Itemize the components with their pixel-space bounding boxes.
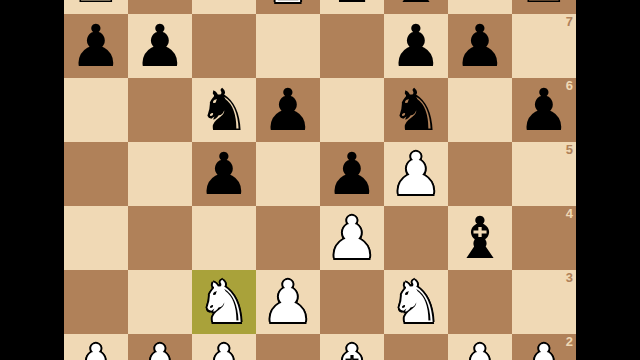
white-pawn-c2: ♟ (192, 334, 256, 360)
square-e4[interactable]: ♟ (320, 206, 384, 270)
square-g6[interactable] (448, 78, 512, 142)
square-a5[interactable] (64, 142, 128, 206)
black-pawn-h6: ♟ (512, 78, 576, 142)
square-g3[interactable] (448, 270, 512, 334)
square-f7[interactable]: ♟ (384, 14, 448, 78)
black-pawn-e5: ♟ (320, 142, 384, 206)
square-h6[interactable]: ♟6 (512, 78, 576, 142)
white-bishop-e2: ♝ (320, 334, 384, 360)
white-pawn-b2: ♟ (128, 334, 192, 360)
white-pawn-a2: ♟ (64, 334, 128, 360)
square-f3[interactable]: ♞ (384, 270, 448, 334)
black-bishop-g4: ♝ (448, 206, 512, 270)
rank-label-6: 6 (566, 79, 573, 93)
square-f5[interactable]: ♟ (384, 142, 448, 206)
square-b4[interactable] (128, 206, 192, 270)
square-b7[interactable]: ♟ (128, 14, 192, 78)
black-pawn-d6: ♟ (256, 78, 320, 142)
square-c3[interactable]: ♞ (192, 270, 256, 334)
square-h2[interactable]: ♟2 (512, 334, 576, 360)
square-e5[interactable]: ♟ (320, 142, 384, 206)
square-f6[interactable]: ♞ (384, 78, 448, 142)
square-e6[interactable] (320, 78, 384, 142)
white-pawn-e4: ♟ (320, 206, 384, 270)
white-knight-f3: ♞ (384, 270, 448, 334)
square-h7[interactable]: 7 (512, 14, 576, 78)
black-knight-f6: ♞ (384, 78, 448, 142)
white-pawn-h2: ♟ (512, 334, 576, 360)
square-e8[interactable]: ♚ (320, 0, 384, 14)
rank-label-7: 7 (566, 15, 573, 29)
square-g8[interactable] (448, 0, 512, 14)
black-knight-c6: ♞ (192, 78, 256, 142)
square-d6[interactable]: ♟ (256, 78, 320, 142)
square-b2[interactable]: ♟ (128, 334, 192, 360)
square-a2[interactable]: ♟ (64, 334, 128, 360)
black-rook-h8: ♜ (512, 0, 576, 14)
square-g7[interactable]: ♟ (448, 14, 512, 78)
square-h5[interactable]: 5 (512, 142, 576, 206)
square-f8[interactable]: ♝ (384, 0, 448, 14)
square-c5[interactable]: ♟ (192, 142, 256, 206)
square-d8[interactable]: ♛ (256, 0, 320, 14)
square-c8[interactable] (192, 0, 256, 14)
white-pawn-d3: ♟ (256, 270, 320, 334)
square-h3[interactable]: 3 (512, 270, 576, 334)
square-a4[interactable] (64, 206, 128, 270)
black-pawn-c5: ♟ (192, 142, 256, 206)
square-b6[interactable] (128, 78, 192, 142)
square-d5[interactable] (256, 142, 320, 206)
white-queen-d8: ♛ (256, 0, 320, 14)
rank-label-5: 5 (566, 143, 573, 157)
square-g2[interactable]: ♟ (448, 334, 512, 360)
rank-label-4: 4 (566, 207, 573, 221)
square-d3[interactable]: ♟ (256, 270, 320, 334)
black-bishop-f8: ♝ (384, 0, 448, 14)
black-rook-a8: ♜ (64, 0, 128, 14)
square-c6[interactable]: ♞ (192, 78, 256, 142)
black-pawn-b7: ♟ (128, 14, 192, 78)
square-a7[interactable]: ♟ (64, 14, 128, 78)
rank-label-3: 3 (566, 271, 573, 285)
square-c2[interactable]: ♟ (192, 334, 256, 360)
black-pawn-a7: ♟ (64, 14, 128, 78)
square-e3[interactable] (320, 270, 384, 334)
square-d2[interactable] (256, 334, 320, 360)
square-a6[interactable] (64, 78, 128, 142)
square-b3[interactable] (128, 270, 192, 334)
square-c7[interactable] (192, 14, 256, 78)
square-f4[interactable] (384, 206, 448, 270)
black-king-e8: ♚ (320, 0, 384, 14)
chess-board: ♜♛♚♝♜♟♟♟♟7♞♟♞♟6♟♟♟5♟♝4♞♟♞3♟♟♟♝♟♟2 (64, 0, 576, 360)
square-e7[interactable] (320, 14, 384, 78)
white-pawn-g2: ♟ (448, 334, 512, 360)
square-d7[interactable] (256, 14, 320, 78)
square-f2[interactable] (384, 334, 448, 360)
square-b8[interactable] (128, 0, 192, 14)
square-h4[interactable]: 4 (512, 206, 576, 270)
square-a8[interactable]: ♜ (64, 0, 128, 14)
square-a3[interactable] (64, 270, 128, 334)
square-h8[interactable]: ♜ (512, 0, 576, 14)
square-e2[interactable]: ♝ (320, 334, 384, 360)
black-pawn-g7: ♟ (448, 14, 512, 78)
rank-label-2: 2 (566, 335, 573, 349)
white-pawn-f5: ♟ (384, 142, 448, 206)
square-d4[interactable] (256, 206, 320, 270)
square-c4[interactable] (192, 206, 256, 270)
black-pawn-f7: ♟ (384, 14, 448, 78)
square-b5[interactable] (128, 142, 192, 206)
square-g5[interactable] (448, 142, 512, 206)
app-viewport: ♜♛♚♝♜♟♟♟♟7♞♟♞♟6♟♟♟5♟♝4♞♟♞3♟♟♟♝♟♟2 (0, 0, 640, 360)
square-g4[interactable]: ♝ (448, 206, 512, 270)
white-knight-c3: ♞ (192, 270, 256, 334)
